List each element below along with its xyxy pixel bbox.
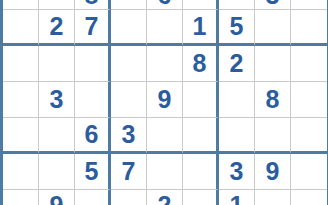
cell-r6c6[interactable] (183, 118, 219, 154)
cell-r4c3[interactable] (75, 46, 111, 82)
cell-r2c2[interactable] (39, 0, 75, 10)
cell-r2c7[interactable] (219, 0, 255, 10)
sudoku-crop: 8 6 3 2 7 1 5 8 2 3 9 8 (0, 0, 328, 205)
cell-r6c1[interactable] (3, 118, 39, 154)
cell-r7c5[interactable] (147, 154, 183, 190)
cell-r8c3[interactable] (75, 190, 111, 205)
cell-r2c9[interactable] (291, 0, 327, 10)
cell-r3c7[interactable]: 5 (219, 10, 255, 46)
cell-r6c5[interactable] (147, 118, 183, 154)
cell-r2c6[interactable] (183, 0, 219, 10)
cell-r3c1[interactable] (3, 10, 39, 46)
cell-r8c8[interactable] (255, 190, 291, 205)
cell-r4c8[interactable] (255, 46, 291, 82)
cell-r6c2[interactable] (39, 118, 75, 154)
cell-r3c4[interactable] (111, 10, 147, 46)
cell-r8c9[interactable] (291, 190, 327, 205)
cell-r5c2[interactable]: 3 (39, 82, 75, 118)
sudoku-board: 8 6 3 2 7 1 5 8 2 3 9 8 (0, 0, 328, 205)
cell-r8c5[interactable]: 2 (147, 190, 183, 205)
cell-r7c9[interactable] (291, 154, 327, 190)
cell-r4c9[interactable] (291, 46, 327, 82)
cell-r4c5[interactable] (147, 46, 183, 82)
cell-r4c7[interactable]: 2 (219, 46, 255, 82)
cell-r8c6[interactable] (183, 190, 219, 205)
cell-r6c4[interactable]: 3 (111, 118, 147, 154)
cell-r4c4[interactable] (111, 46, 147, 82)
cell-r7c6[interactable] (183, 154, 219, 190)
cell-r2c1[interactable] (3, 0, 39, 10)
cell-r3c9[interactable] (291, 10, 327, 46)
cell-r6c9[interactable] (291, 118, 327, 154)
cell-r5c9[interactable] (291, 82, 327, 118)
cell-r2c4[interactable] (111, 0, 147, 10)
cell-r6c8[interactable] (255, 118, 291, 154)
cell-r5c3[interactable] (75, 82, 111, 118)
cell-r6c7[interactable] (219, 118, 255, 154)
cell-r3c5[interactable] (147, 10, 183, 46)
cell-r6c3[interactable]: 6 (75, 118, 111, 154)
cell-r3c8[interactable] (255, 10, 291, 46)
cell-r8c7[interactable]: 1 (219, 190, 255, 205)
cell-r3c2[interactable]: 2 (39, 10, 75, 46)
cell-r5c4[interactable] (111, 82, 147, 118)
cell-r2c5[interactable]: 6 (147, 0, 183, 10)
cell-r7c8[interactable]: 9 (255, 154, 291, 190)
cell-r3c6[interactable]: 1 (183, 10, 219, 46)
cell-r3c3[interactable]: 7 (75, 10, 111, 46)
cell-r5c1[interactable] (3, 82, 39, 118)
cell-r7c1[interactable] (3, 154, 39, 190)
cell-r7c7[interactable]: 3 (219, 154, 255, 190)
cell-r8c2[interactable]: 9 (39, 190, 75, 205)
cell-r4c6[interactable]: 8 (183, 46, 219, 82)
cell-r5c7[interactable] (219, 82, 255, 118)
cell-r5c8[interactable]: 8 (255, 82, 291, 118)
cell-r2c8[interactable]: 3 (255, 0, 291, 10)
cell-r4c2[interactable] (39, 46, 75, 82)
cell-r5c5[interactable]: 9 (147, 82, 183, 118)
cell-r8c4[interactable] (111, 190, 147, 205)
cell-r7c2[interactable] (39, 154, 75, 190)
cell-r8c1[interactable] (3, 190, 39, 205)
cell-r4c1[interactable] (3, 46, 39, 82)
cell-r2c3[interactable]: 8 (75, 0, 111, 10)
cell-r5c6[interactable] (183, 82, 219, 118)
cell-r7c3[interactable]: 5 (75, 154, 111, 190)
cell-r7c4[interactable]: 7 (111, 154, 147, 190)
